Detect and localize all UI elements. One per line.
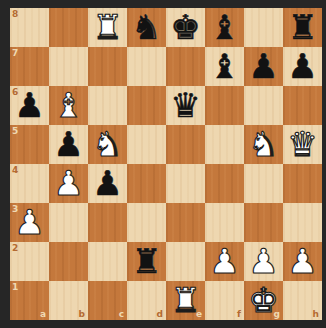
square-g2[interactable]: ♟ xyxy=(244,242,283,281)
square-f1[interactable]: f xyxy=(205,281,244,320)
file-label-a: a xyxy=(40,309,46,319)
square-g1[interactable]: g♚ xyxy=(244,281,283,320)
white-rook-icon: ♜ xyxy=(170,281,200,320)
rank-label-7: 7 xyxy=(12,48,18,58)
white-pawn-icon: ♟ xyxy=(209,242,239,281)
white-pawn-icon: ♟ xyxy=(53,164,83,203)
square-h3[interactable] xyxy=(283,203,322,242)
file-label-c: c xyxy=(119,309,124,319)
square-a7[interactable]: 7 xyxy=(10,47,49,86)
square-c7[interactable] xyxy=(88,47,127,86)
square-e6[interactable]: ♛ xyxy=(166,86,205,125)
square-h2[interactable]: ♟ xyxy=(283,242,322,281)
file-label-b: b xyxy=(79,309,85,319)
black-knight-icon: ♞ xyxy=(131,8,161,47)
square-e7[interactable] xyxy=(166,47,205,86)
white-knight-icon: ♞ xyxy=(248,125,278,164)
square-h5[interactable]: ♛ xyxy=(283,125,322,164)
square-e4[interactable] xyxy=(166,164,205,203)
square-c3[interactable] xyxy=(88,203,127,242)
square-g5[interactable]: ♞ xyxy=(244,125,283,164)
black-pawn-icon: ♟ xyxy=(92,164,122,203)
square-a2[interactable]: 2 xyxy=(10,242,49,281)
black-pawn-icon: ♟ xyxy=(53,125,83,164)
white-pawn-icon: ♟ xyxy=(287,242,317,281)
square-c5[interactable]: ♞ xyxy=(88,125,127,164)
rank-label-2: 2 xyxy=(12,243,18,253)
rank-label-5: 5 xyxy=(12,126,18,136)
square-b1[interactable]: b xyxy=(49,281,88,320)
square-f4[interactable] xyxy=(205,164,244,203)
rank-label-1: 1 xyxy=(12,282,18,292)
square-f5[interactable] xyxy=(205,125,244,164)
square-e8[interactable]: ♚ xyxy=(166,8,205,47)
square-a8[interactable]: 8 xyxy=(10,8,49,47)
white-knight-icon: ♞ xyxy=(92,125,122,164)
black-pawn-icon: ♟ xyxy=(14,86,44,125)
square-c4[interactable]: ♟ xyxy=(88,164,127,203)
square-d7[interactable] xyxy=(127,47,166,86)
square-b4[interactable]: ♟ xyxy=(49,164,88,203)
square-a4[interactable]: 4 xyxy=(10,164,49,203)
file-label-f: f xyxy=(237,309,241,319)
square-e5[interactable] xyxy=(166,125,205,164)
square-b5[interactable]: ♟ xyxy=(49,125,88,164)
square-e3[interactable] xyxy=(166,203,205,242)
file-label-d: d xyxy=(157,309,163,319)
square-d1[interactable]: d xyxy=(127,281,166,320)
file-label-h: h xyxy=(313,309,319,319)
square-b3[interactable] xyxy=(49,203,88,242)
rank-label-4: 4 xyxy=(12,165,18,175)
square-d5[interactable] xyxy=(127,125,166,164)
square-b7[interactable] xyxy=(49,47,88,86)
chess-board: 8♜♞♚♝♜7♝♟♟6♟♝♛5♟♞♞♛4♟♟3♟2♜♟♟♟1abcde♜fg♚h xyxy=(10,8,322,320)
black-rook-icon: ♜ xyxy=(131,242,161,281)
black-pawn-icon: ♟ xyxy=(248,47,278,86)
square-e2[interactable] xyxy=(166,242,205,281)
board-frame: 8♜♞♚♝♜7♝♟♟6♟♝♛5♟♞♞♛4♟♟3♟2♜♟♟♟1abcde♜fg♚h xyxy=(0,0,326,328)
square-d8[interactable]: ♞ xyxy=(127,8,166,47)
square-g7[interactable]: ♟ xyxy=(244,47,283,86)
square-h6[interactable] xyxy=(283,86,322,125)
square-d2[interactable]: ♜ xyxy=(127,242,166,281)
square-b2[interactable] xyxy=(49,242,88,281)
square-h8[interactable]: ♜ xyxy=(283,8,322,47)
square-h4[interactable] xyxy=(283,164,322,203)
square-a1[interactable]: 1a xyxy=(10,281,49,320)
square-g3[interactable] xyxy=(244,203,283,242)
square-f2[interactable]: ♟ xyxy=(205,242,244,281)
square-g6[interactable] xyxy=(244,86,283,125)
black-pawn-icon: ♟ xyxy=(287,47,317,86)
white-pawn-icon: ♟ xyxy=(14,203,44,242)
square-a5[interactable]: 5 xyxy=(10,125,49,164)
square-f3[interactable] xyxy=(205,203,244,242)
black-bishop-icon: ♝ xyxy=(209,47,239,86)
square-g8[interactable] xyxy=(244,8,283,47)
square-b6[interactable]: ♝ xyxy=(49,86,88,125)
square-c2[interactable] xyxy=(88,242,127,281)
square-f7[interactable]: ♝ xyxy=(205,47,244,86)
square-d6[interactable] xyxy=(127,86,166,125)
square-h7[interactable]: ♟ xyxy=(283,47,322,86)
square-c6[interactable] xyxy=(88,86,127,125)
white-rook-icon: ♜ xyxy=(92,8,122,47)
white-pawn-icon: ♟ xyxy=(248,242,278,281)
square-c1[interactable]: c xyxy=(88,281,127,320)
black-bishop-icon: ♝ xyxy=(209,8,239,47)
square-a3[interactable]: 3♟ xyxy=(10,203,49,242)
square-c8[interactable]: ♜ xyxy=(88,8,127,47)
white-queen-icon: ♛ xyxy=(287,125,317,164)
white-bishop-icon: ♝ xyxy=(53,86,83,125)
square-h1[interactable]: h xyxy=(283,281,322,320)
square-b8[interactable] xyxy=(49,8,88,47)
square-g4[interactable] xyxy=(244,164,283,203)
black-king-icon: ♚ xyxy=(170,8,200,47)
square-e1[interactable]: e♜ xyxy=(166,281,205,320)
square-a6[interactable]: 6♟ xyxy=(10,86,49,125)
white-king-icon: ♚ xyxy=(248,281,278,320)
black-rook-icon: ♜ xyxy=(287,8,317,47)
rank-label-8: 8 xyxy=(12,9,18,19)
square-d3[interactable] xyxy=(127,203,166,242)
square-f6[interactable] xyxy=(205,86,244,125)
square-d4[interactable] xyxy=(127,164,166,203)
black-queen-icon: ♛ xyxy=(170,86,200,125)
square-f8[interactable]: ♝ xyxy=(205,8,244,47)
